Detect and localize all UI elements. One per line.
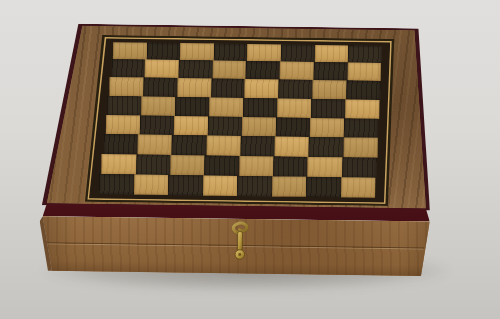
square-b3: [138, 134, 172, 155]
square-g7: [313, 62, 347, 81]
square-d2: [205, 155, 240, 176]
square-d1: [203, 175, 238, 196]
square-g5: [311, 98, 345, 118]
square-d8: [214, 43, 248, 61]
square-c8: [180, 43, 214, 61]
brass-key-icon: [228, 221, 252, 266]
square-b8: [147, 42, 181, 60]
square-c2: [170, 154, 205, 175]
square-a7: [111, 59, 145, 78]
square-g4: [310, 117, 344, 137]
square-b2: [136, 154, 171, 175]
square-c3: [172, 135, 206, 156]
square-e8: [247, 44, 281, 62]
square-f6: [279, 79, 313, 98]
square-h8: [348, 45, 382, 63]
square-a8: [113, 42, 147, 60]
square-d4: [208, 116, 242, 136]
square-c4: [174, 116, 208, 136]
square-a1: [99, 174, 134, 195]
square-e6: [245, 79, 279, 98]
square-e2: [239, 155, 274, 176]
square-a5: [108, 96, 142, 116]
square-h1: [341, 177, 376, 198]
square-f7: [280, 61, 314, 80]
square-f2: [273, 156, 308, 177]
square-c6: [177, 78, 211, 97]
square-h4: [344, 118, 378, 138]
square-g8: [314, 44, 348, 62]
square-b7: [145, 59, 179, 78]
photo-background: [0, 0, 500, 319]
square-e7: [246, 61, 280, 80]
square-a6: [110, 77, 144, 96]
square-d6: [211, 78, 245, 97]
square-c1: [168, 175, 203, 196]
square-d3: [206, 135, 240, 156]
square-a2: [102, 154, 137, 175]
square-d5: [209, 97, 243, 117]
square-g3: [309, 137, 343, 158]
square-h5: [345, 99, 379, 119]
square-f8: [281, 44, 315, 62]
board-row-1: [99, 174, 375, 199]
square-g1: [306, 177, 341, 198]
square-a3: [104, 134, 138, 155]
square-f1: [272, 176, 307, 197]
square-e4: [242, 116, 276, 136]
square-g2: [308, 156, 343, 177]
square-h7: [347, 62, 381, 81]
square-c7: [179, 60, 213, 79]
square-b4: [140, 115, 174, 135]
square-c5: [175, 97, 209, 117]
chessboard-box: [39, 23, 438, 281]
square-b1: [134, 174, 169, 195]
square-h2: [342, 157, 377, 178]
square-h6: [346, 80, 380, 99]
square-g6: [312, 80, 346, 99]
square-f4: [276, 117, 310, 137]
square-f3: [275, 136, 309, 157]
square-h3: [343, 137, 377, 158]
square-b6: [143, 77, 177, 96]
square-d7: [212, 60, 246, 79]
square-a4: [106, 115, 140, 135]
square-e5: [243, 97, 277, 117]
square-f5: [277, 98, 311, 118]
square-e1: [237, 176, 272, 197]
square-e3: [240, 136, 274, 157]
square-b5: [141, 96, 175, 116]
